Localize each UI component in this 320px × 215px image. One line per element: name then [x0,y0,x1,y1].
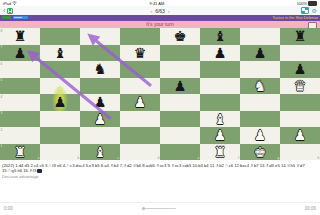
rank-label: 2 [1,128,3,132]
engine-icon[interactable] [37,169,42,174]
black-pawn[interactable]: ♟ [80,94,120,111]
playback-slider[interactable] [142,208,161,209]
white-pawn[interactable]: ♟ [120,94,160,111]
rank-label: 4 [1,95,3,99]
square-c4[interactable]: ♟ [80,94,120,111]
elapsed-time: 0:00 [4,206,13,211]
square-e4[interactable] [160,94,161,111]
square-a1[interactable]: 1a♜ [0,144,40,161]
clock-label: 9:41 AM [150,1,161,6]
square-d1[interactable]: d [120,144,160,161]
square-e8[interactable]: ♚ [160,28,161,45]
square-c3[interactable]: ♟ [80,111,120,128]
square-e3[interactable] [160,111,161,128]
move-list: (2022) 1.d4 d5 2.c4 c6 3.♘f3 e6 4.♘c3 dx… [2,163,161,173]
sparkle-icon: ✦ [57,86,63,93]
square-a7[interactable]: 7♟ [0,45,40,62]
square-c2[interactable] [80,127,120,144]
square-c1[interactable]: c♝ [80,144,120,161]
white-pawn[interactable]: ♟ [80,111,120,128]
white-bishop[interactable]: ♝ [80,144,120,161]
square-a8[interactable]: 8♜ [0,28,40,45]
puzzle-counter: 6/63 [155,8,161,14]
prev-puzzle-button[interactable]: ‹ [150,8,152,14]
square-a6[interactable]: 6 [0,61,40,78]
square-d2[interactable] [120,127,160,144]
square-b3[interactable] [40,111,80,128]
rank-label: 6 [1,62,3,66]
file-label: d [157,156,159,160]
black-knight[interactable]: ♞ [80,61,120,78]
square-b1[interactable]: b [40,144,80,161]
square-e7[interactable] [160,45,161,62]
square-b6[interactable] [40,61,80,78]
square-e2[interactable] [160,127,161,144]
square-b8[interactable] [40,28,80,45]
wifi-icon [12,1,17,5]
square-d7[interactable]: ♛ [120,45,160,62]
turn-banner: It's your turn [0,21,161,29]
black-rook[interactable]: ♜ [0,28,40,45]
square-d6[interactable] [120,61,160,78]
black-pawn[interactable]: ♟ [160,78,161,95]
carrier-label: iPad [3,1,11,6]
rank-label: 3 [1,111,3,115]
square-b4[interactable]: ✦♟ [40,94,80,111]
square-a2[interactable]: 2 [0,127,40,144]
square-e1[interactable]: e [160,144,161,161]
square-a4[interactable]: 4 [0,94,40,111]
black-queen[interactable]: ♛ [120,45,160,62]
evaluation-label: Decisive advantage [2,174,161,179]
elo-chip [2,16,11,19]
square-c6[interactable]: ♞ [80,61,120,78]
black-bishop[interactable]: ♝ [40,45,80,62]
square-c5[interactable] [80,78,120,95]
black-pawn[interactable]: ♟ [40,94,80,111]
square-b2[interactable] [40,127,80,144]
square-d5[interactable] [120,78,160,95]
black-king[interactable]: ♚ [160,28,161,45]
back-button[interactable]: ‹ [3,7,5,14]
square-d8[interactable] [120,28,160,45]
file-label: b [77,156,79,160]
playback-bar: 0:00 00:06 [0,202,161,214]
white-rook[interactable]: ♜ [0,144,40,161]
black-pawn[interactable]: ♟ [0,45,40,62]
square-e6[interactable] [160,61,161,78]
square-c8[interactable] [80,28,120,45]
square-a3[interactable]: 3 [0,111,40,128]
app-icon[interactable] [7,8,13,14]
chess-board: 8♜♚♝♜7♟♝♛♟♟6♞♟5♟♞♛4✦♟♟♟3♟♝2♟♟♟1a♜bc♝def♜… [0,28,161,160]
notation-panel: (2022) 1.d4 d5 2.c4 c6 3.♘f3 e6 4.♘c3 dx… [0,162,161,181]
square-d4[interactable]: ♟ [120,94,160,111]
progress-chip [13,16,28,19]
square-e5[interactable]: ♟ [160,78,161,95]
square-a5[interactable]: 5 [0,78,40,95]
rank-label: 5 [1,78,3,82]
turn-banner-text: It's your turn [146,21,161,27]
square-c7[interactable] [80,45,120,62]
square-b7[interactable]: ♝ [40,45,80,62]
square-d3[interactable] [120,111,160,128]
